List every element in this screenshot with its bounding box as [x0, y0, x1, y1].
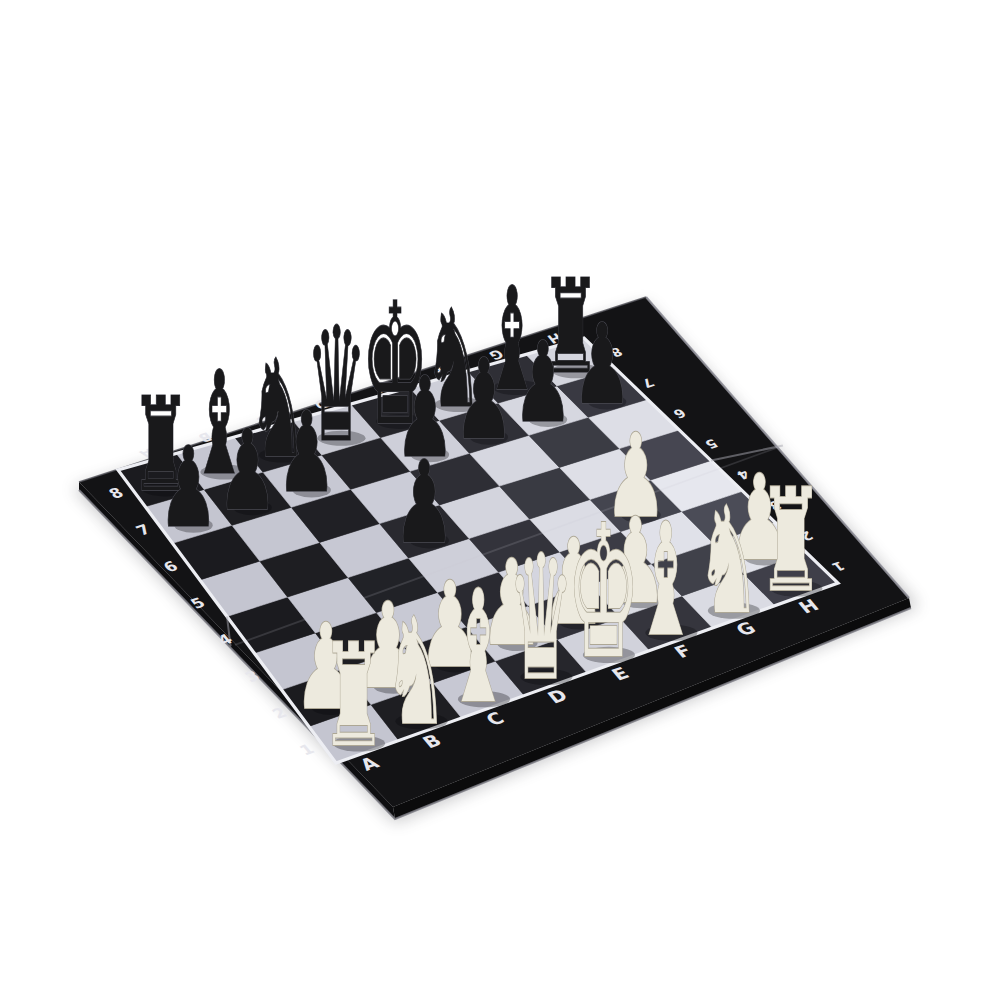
- piece-white-queen-d1: ♛: [508, 519, 574, 719]
- piece-white-bishop-c1: ♝: [447, 556, 510, 738]
- piece-black-pawn-f7: ♟: [453, 335, 514, 465]
- piece-white-rook-h1: ♜: [758, 458, 824, 624]
- piece-black-pawn-c7: ♟: [276, 387, 337, 517]
- piece-black-pawn-a7: ♟: [158, 423, 219, 553]
- piece-black-pawn-b7: ♟: [217, 405, 278, 535]
- piece-white-bishop-f1: ♝: [634, 490, 697, 672]
- piece-white-knight-g1: ♞: [696, 475, 760, 647]
- chessboard: 12345678ABCDEFGH12345678ABCDEFGH♜♝♟♞♟♚♟♛…: [0, 0, 1000, 1000]
- piece-white-king-e1: ♚: [566, 486, 641, 700]
- rank-label-1-southwest: 1: [296, 741, 319, 759]
- piece-black-pawn-g7: ♟: [513, 317, 574, 447]
- piece-white-knight-b1: ♞: [384, 585, 448, 757]
- chess-set-photo: 12345678ABCDEFGH12345678ABCDEFGH♜♝♟♞♟♚♟♛…: [0, 0, 1000, 1000]
- photo-canvas: 12345678ABCDEFGH12345678ABCDEFGH♜♝♟♞♟♚♟♛…: [0, 0, 1000, 1000]
- piece-black-pawn-d5: ♟: [393, 436, 455, 569]
- piece-white-rook-a1: ♜: [321, 613, 387, 779]
